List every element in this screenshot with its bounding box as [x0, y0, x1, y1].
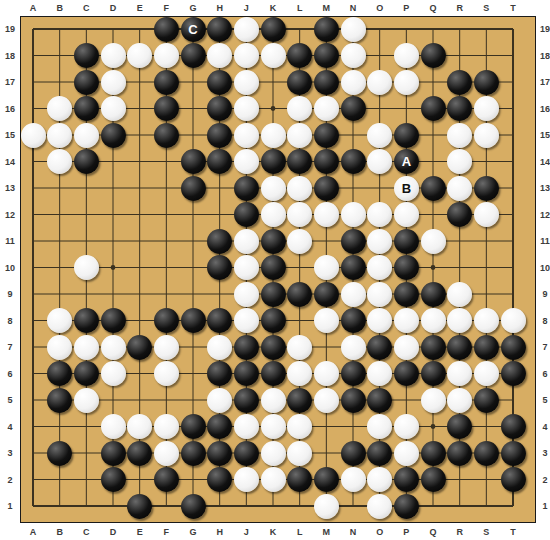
black-stone-R3[interactable]	[447, 441, 472, 466]
white-stone-L12[interactable]	[287, 202, 312, 227]
black-stone-B3[interactable]	[47, 441, 72, 466]
column-label-bottom: N	[350, 528, 357, 537]
column-label-top: D	[110, 4, 117, 13]
column-label-bottom: B	[56, 528, 63, 537]
white-stone-F3[interactable]	[154, 441, 179, 466]
black-stone-N14[interactable]	[341, 149, 366, 174]
black-stone-L18[interactable]	[287, 43, 312, 68]
black-stone-P11[interactable]	[394, 229, 419, 254]
white-stone-F18[interactable]	[154, 43, 179, 68]
white-stone-O12[interactable]	[367, 202, 392, 227]
row-label-left: 11	[5, 237, 15, 246]
column-label-top: S	[483, 4, 489, 13]
white-stone-K4[interactable]	[261, 414, 286, 439]
black-stone-Q2[interactable]	[421, 467, 446, 492]
white-stone-D16[interactable]	[101, 96, 126, 121]
row-label-left: 4	[7, 422, 12, 431]
black-stone-N11[interactable]	[341, 229, 366, 254]
white-stone-P13[interactable]: B	[394, 176, 419, 201]
black-stone-S7[interactable]	[474, 335, 499, 360]
white-stone-B15[interactable]	[47, 123, 72, 148]
black-stone-B5[interactable]	[47, 388, 72, 413]
black-stone-R4[interactable]	[447, 414, 472, 439]
black-stone-G4[interactable]	[181, 414, 206, 439]
white-stone-P12[interactable]	[394, 202, 419, 227]
white-stone-B7[interactable]	[47, 335, 72, 360]
white-stone-O10[interactable]	[367, 255, 392, 280]
white-stone-B8[interactable]	[47, 308, 72, 333]
white-stone-H5[interactable]	[207, 388, 232, 413]
black-stone-J5[interactable]	[234, 388, 259, 413]
black-stone-C17[interactable]	[74, 70, 99, 95]
white-stone-L13[interactable]	[287, 176, 312, 201]
white-stone-L3[interactable]	[287, 441, 312, 466]
white-stone-S6[interactable]	[474, 361, 499, 386]
white-stone-N12[interactable]	[341, 202, 366, 227]
black-stone-F17[interactable]	[154, 70, 179, 95]
white-stone-E4[interactable]	[127, 414, 152, 439]
black-stone-Q9[interactable]	[421, 282, 446, 307]
black-stone-M15[interactable]	[314, 123, 339, 148]
black-stone-K19[interactable]	[261, 17, 286, 42]
black-stone-Q16[interactable]	[421, 96, 446, 121]
black-stone-C16[interactable]	[74, 96, 99, 121]
black-stone-E7[interactable]	[127, 335, 152, 360]
row-label-left: 8	[7, 316, 12, 325]
column-label-bottom: P	[403, 528, 409, 537]
white-stone-N18[interactable]	[341, 43, 366, 68]
black-stone-L2[interactable]	[287, 467, 312, 492]
column-label-bottom: D	[110, 528, 117, 537]
black-stone-H8[interactable]	[207, 308, 232, 333]
black-stone-J13[interactable]	[234, 176, 259, 201]
black-stone-L5[interactable]	[287, 388, 312, 413]
row-label-left: 3	[7, 449, 12, 458]
column-label-top: Q	[429, 4, 436, 13]
white-stone-F7[interactable]	[154, 335, 179, 360]
column-label-bottom: R	[456, 528, 463, 537]
column-label-bottom: S	[483, 528, 489, 537]
black-stone-Q6[interactable]	[421, 361, 446, 386]
column-label-top: M	[323, 4, 331, 13]
white-stone-K3[interactable]	[261, 441, 286, 466]
black-stone-K10[interactable]	[261, 255, 286, 280]
black-stone-N5[interactable]	[341, 388, 366, 413]
black-stone-P1[interactable]	[394, 494, 419, 519]
row-label-right: 5	[542, 396, 547, 405]
white-stone-K5[interactable]	[261, 388, 286, 413]
black-stone-D15[interactable]	[101, 123, 126, 148]
white-stone-J2[interactable]	[234, 467, 259, 492]
black-stone-M19[interactable]	[314, 17, 339, 42]
row-label-right: 12	[540, 210, 550, 219]
black-stone-H11[interactable]	[207, 229, 232, 254]
white-stone-M16[interactable]	[314, 96, 339, 121]
black-stone-J3[interactable]	[234, 441, 259, 466]
row-label-left: 16	[5, 104, 15, 113]
black-stone-S13[interactable]	[474, 176, 499, 201]
black-stone-L14[interactable]	[287, 149, 312, 174]
row-label-right: 18	[540, 51, 550, 60]
black-stone-Q13[interactable]	[421, 176, 446, 201]
black-stone-M2[interactable]	[314, 467, 339, 492]
go-app-window: AABBCCDDEEFFGGHHJJKKLLMMNNOOPPQQRRSSTT19…	[0, 0, 550, 540]
black-stone-C18[interactable]	[74, 43, 99, 68]
black-stone-E1[interactable]	[127, 494, 152, 519]
white-stone-P4[interactable]	[394, 414, 419, 439]
row-label-left: 10	[5, 263, 15, 272]
row-label-left: 19	[5, 25, 15, 34]
white-stone-F6[interactable]	[154, 361, 179, 386]
black-stone-R12[interactable]	[447, 202, 472, 227]
white-stone-N7[interactable]	[341, 335, 366, 360]
black-stone-L9[interactable]	[287, 282, 312, 307]
row-label-left: 6	[7, 369, 12, 378]
white-stone-J10[interactable]	[234, 255, 259, 280]
row-label-right: 9	[542, 290, 547, 299]
row-label-right: 2	[542, 475, 547, 484]
black-stone-R7[interactable]	[447, 335, 472, 360]
white-stone-R6[interactable]	[447, 361, 472, 386]
row-label-left: 7	[7, 343, 12, 352]
white-stone-O14[interactable]	[367, 149, 392, 174]
column-label-top: H	[216, 4, 223, 13]
white-stone-D18[interactable]	[101, 43, 126, 68]
white-stone-S15[interactable]	[474, 123, 499, 148]
black-stone-T2[interactable]	[501, 467, 526, 492]
row-label-right: 1	[542, 502, 547, 511]
row-label-left: 14	[5, 157, 15, 166]
white-stone-H7[interactable]	[207, 335, 232, 360]
white-stone-O17[interactable]	[367, 70, 392, 95]
black-stone-L17[interactable]	[287, 70, 312, 95]
black-stone-N8[interactable]	[341, 308, 366, 333]
white-stone-P3[interactable]	[394, 441, 419, 466]
black-stone-M13[interactable]	[314, 176, 339, 201]
column-label-bottom: H	[216, 528, 223, 537]
black-stone-G18[interactable]	[181, 43, 206, 68]
black-stone-F8[interactable]	[154, 308, 179, 333]
white-stone-R13[interactable]	[447, 176, 472, 201]
white-stone-J11[interactable]	[234, 229, 259, 254]
black-stone-P2[interactable]	[394, 467, 419, 492]
white-stone-P7[interactable]	[394, 335, 419, 360]
black-stone-K14[interactable]	[261, 149, 286, 174]
black-stone-H6[interactable]	[207, 361, 232, 386]
black-stone-G14[interactable]	[181, 149, 206, 174]
white-stone-Q5[interactable]	[421, 388, 446, 413]
column-label-top: P	[403, 4, 409, 13]
black-stone-F16[interactable]	[154, 96, 179, 121]
black-stone-G19[interactable]: C	[181, 17, 206, 42]
white-stone-N17[interactable]	[341, 70, 366, 95]
black-stone-K7[interactable]	[261, 335, 286, 360]
white-stone-J18[interactable]	[234, 43, 259, 68]
column-label-bottom: K	[270, 528, 277, 537]
white-stone-R9[interactable]	[447, 282, 472, 307]
white-stone-P18[interactable]	[394, 43, 419, 68]
black-stone-R17[interactable]	[447, 70, 472, 95]
black-stone-E3[interactable]	[127, 441, 152, 466]
white-stone-O4[interactable]	[367, 414, 392, 439]
column-label-top: R	[456, 4, 463, 13]
black-stone-D8[interactable]	[101, 308, 126, 333]
black-stone-G1[interactable]	[181, 494, 206, 519]
column-label-bottom: E	[137, 528, 143, 537]
white-stone-C15[interactable]	[74, 123, 99, 148]
white-stone-A15[interactable]	[21, 123, 46, 148]
column-label-top: C	[83, 4, 90, 13]
black-stone-T3[interactable]	[501, 441, 526, 466]
black-stone-H3[interactable]	[207, 441, 232, 466]
black-stone-N10[interactable]	[341, 255, 366, 280]
row-label-right: 13	[540, 184, 550, 193]
black-stone-R16[interactable]	[447, 96, 472, 121]
stone-mark-A: A	[402, 155, 411, 168]
row-label-right: 8	[542, 316, 547, 325]
black-stone-H17[interactable]	[207, 70, 232, 95]
black-stone-K9[interactable]	[261, 282, 286, 307]
white-stone-F4[interactable]	[154, 414, 179, 439]
row-label-left: 17	[5, 78, 15, 87]
black-stone-Q18[interactable]	[421, 43, 446, 68]
black-stone-K6[interactable]	[261, 361, 286, 386]
row-label-right: 19	[540, 25, 550, 34]
black-stone-H19[interactable]	[207, 17, 232, 42]
black-stone-P10[interactable]	[394, 255, 419, 280]
black-stone-T4[interactable]	[501, 414, 526, 439]
black-stone-M18[interactable]	[314, 43, 339, 68]
row-label-right: 17	[540, 78, 550, 87]
black-stone-C14[interactable]	[74, 149, 99, 174]
black-stone-S17[interactable]	[474, 70, 499, 95]
white-stone-K13[interactable]	[261, 176, 286, 201]
white-stone-M1[interactable]	[314, 494, 339, 519]
black-stone-F19[interactable]	[154, 17, 179, 42]
row-label-right: 4	[542, 422, 547, 431]
column-label-top: B	[56, 4, 63, 13]
column-label-top: G	[189, 4, 196, 13]
black-stone-S3[interactable]	[474, 441, 499, 466]
white-stone-J17[interactable]	[234, 70, 259, 95]
black-stone-Q7[interactable]	[421, 335, 446, 360]
black-stone-H15[interactable]	[207, 123, 232, 148]
black-stone-G13[interactable]	[181, 176, 206, 201]
white-stone-O15[interactable]	[367, 123, 392, 148]
white-stone-S8[interactable]	[474, 308, 499, 333]
white-stone-O11[interactable]	[367, 229, 392, 254]
row-label-left: 12	[5, 210, 15, 219]
white-stone-M8[interactable]	[314, 308, 339, 333]
row-label-right: 7	[542, 343, 547, 352]
white-stone-R14[interactable]	[447, 149, 472, 174]
white-stone-M6[interactable]	[314, 361, 339, 386]
white-stone-S12[interactable]	[474, 202, 499, 227]
white-stone-R5[interactable]	[447, 388, 472, 413]
row-label-left: 13	[5, 184, 15, 193]
black-stone-S5[interactable]	[474, 388, 499, 413]
white-stone-O2[interactable]	[367, 467, 392, 492]
black-stone-G3[interactable]	[181, 441, 206, 466]
white-stone-L4[interactable]	[287, 414, 312, 439]
column-label-bottom: G	[189, 528, 196, 537]
row-label-right: 14	[540, 157, 550, 166]
white-stone-K15[interactable]	[261, 123, 286, 148]
black-stone-T6[interactable]	[501, 361, 526, 386]
black-stone-P9[interactable]	[394, 282, 419, 307]
black-stone-M9[interactable]	[314, 282, 339, 307]
white-stone-H18[interactable]	[207, 43, 232, 68]
column-label-top: N	[350, 4, 357, 13]
row-label-right: 11	[540, 237, 550, 246]
black-stone-H14[interactable]	[207, 149, 232, 174]
black-stone-P15[interactable]	[394, 123, 419, 148]
white-stone-B14[interactable]	[47, 149, 72, 174]
white-stone-J14[interactable]	[234, 149, 259, 174]
column-label-bottom: C	[83, 528, 90, 537]
black-stone-O3[interactable]	[367, 441, 392, 466]
row-label-right: 15	[540, 131, 550, 140]
column-label-top: F	[164, 4, 170, 13]
row-label-left: 1	[7, 502, 12, 511]
black-stone-H16[interactable]	[207, 96, 232, 121]
black-stone-H2[interactable]	[207, 467, 232, 492]
white-stone-R8[interactable]	[447, 308, 472, 333]
white-stone-N9[interactable]	[341, 282, 366, 307]
row-label-left: 2	[7, 475, 12, 484]
white-stone-O1[interactable]	[367, 494, 392, 519]
black-stone-O5[interactable]	[367, 388, 392, 413]
white-stone-D7[interactable]	[101, 335, 126, 360]
white-stone-D6[interactable]	[101, 361, 126, 386]
white-stone-L16[interactable]	[287, 96, 312, 121]
white-stone-J8[interactable]	[234, 308, 259, 333]
white-stone-Q8[interactable]	[421, 308, 446, 333]
star-point	[271, 106, 276, 111]
white-stone-T8[interactable]	[501, 308, 526, 333]
white-stone-N2[interactable]	[341, 467, 366, 492]
white-stone-P17[interactable]	[394, 70, 419, 95]
row-label-right: 3	[542, 449, 547, 458]
column-label-bottom: J	[244, 528, 249, 537]
white-stone-B16[interactable]	[47, 96, 72, 121]
white-stone-S16[interactable]	[474, 96, 499, 121]
black-stone-F2[interactable]	[154, 467, 179, 492]
row-label-right: 10	[540, 263, 550, 272]
black-stone-M17[interactable]	[314, 70, 339, 95]
black-stone-J6[interactable]	[234, 361, 259, 386]
column-label-bottom: L	[297, 528, 303, 537]
black-stone-O7[interactable]	[367, 335, 392, 360]
white-stone-D4[interactable]	[101, 414, 126, 439]
black-stone-J12[interactable]	[234, 202, 259, 227]
white-stone-J16[interactable]	[234, 96, 259, 121]
white-stone-J19[interactable]	[234, 17, 259, 42]
column-label-top: A	[30, 4, 37, 13]
row-label-left: 5	[7, 396, 12, 405]
column-label-bottom: A	[30, 528, 37, 537]
white-stone-O8[interactable]	[367, 308, 392, 333]
column-label-bottom: T	[510, 528, 516, 537]
white-stone-E18[interactable]	[127, 43, 152, 68]
black-stone-N3[interactable]	[341, 441, 366, 466]
stone-mark-C: C	[188, 23, 197, 36]
row-label-left: 15	[5, 131, 15, 140]
column-label-bottom: F	[164, 528, 170, 537]
white-stone-R15[interactable]	[447, 123, 472, 148]
black-stone-C8[interactable]	[74, 308, 99, 333]
star-point	[431, 265, 436, 270]
column-label-top: J	[244, 4, 249, 13]
white-stone-J9[interactable]	[234, 282, 259, 307]
white-stone-O6[interactable]	[367, 361, 392, 386]
black-stone-D2[interactable]	[101, 467, 126, 492]
black-stone-F15[interactable]	[154, 123, 179, 148]
white-stone-L6[interactable]	[287, 361, 312, 386]
column-label-top: T	[510, 4, 516, 13]
column-label-bottom: O	[376, 528, 383, 537]
black-stone-H4[interactable]	[207, 414, 232, 439]
black-stone-P14[interactable]: A	[394, 149, 419, 174]
row-label-right: 16	[540, 104, 550, 113]
black-stone-H10[interactable]	[207, 255, 232, 280]
stone-mark-B: B	[402, 182, 411, 195]
white-stone-K2[interactable]	[261, 467, 286, 492]
column-label-bottom: M	[323, 528, 331, 537]
white-stone-C5[interactable]	[74, 388, 99, 413]
white-stone-C10[interactable]	[74, 255, 99, 280]
white-stone-J4[interactable]	[234, 414, 259, 439]
black-stone-G8[interactable]	[181, 308, 206, 333]
white-stone-J15[interactable]	[234, 123, 259, 148]
white-stone-K18[interactable]	[261, 43, 286, 68]
row-label-right: 6	[542, 369, 547, 378]
column-label-top: O	[376, 4, 383, 13]
black-stone-N6[interactable]	[341, 361, 366, 386]
white-stone-L11[interactable]	[287, 229, 312, 254]
black-stone-C6[interactable]	[74, 361, 99, 386]
row-label-left: 9	[7, 290, 12, 299]
white-stone-N19[interactable]	[341, 17, 366, 42]
black-stone-K8[interactable]	[261, 308, 286, 333]
black-stone-Q3[interactable]	[421, 441, 446, 466]
black-stone-J7[interactable]	[234, 335, 259, 360]
white-stone-P8[interactable]	[394, 308, 419, 333]
white-stone-M10[interactable]	[314, 255, 339, 280]
star-point	[431, 424, 436, 429]
white-stone-M12[interactable]	[314, 202, 339, 227]
white-stone-O9[interactable]	[367, 282, 392, 307]
white-stone-D17[interactable]	[101, 70, 126, 95]
star-point	[111, 265, 116, 270]
black-stone-K11[interactable]	[261, 229, 286, 254]
white-stone-L7[interactable]	[287, 335, 312, 360]
white-stone-M5[interactable]	[314, 388, 339, 413]
column-label-top: K	[270, 4, 277, 13]
column-label-bottom: Q	[429, 528, 436, 537]
column-label-top: L	[297, 4, 303, 13]
white-stone-C7[interactable]	[74, 335, 99, 360]
black-stone-N16[interactable]	[341, 96, 366, 121]
black-stone-B6[interactable]	[47, 361, 72, 386]
white-stone-L15[interactable]	[287, 123, 312, 148]
white-stone-Q11[interactable]	[421, 229, 446, 254]
black-stone-T7[interactable]	[501, 335, 526, 360]
white-stone-K12[interactable]	[261, 202, 286, 227]
black-stone-M14[interactable]	[314, 149, 339, 174]
black-stone-D3[interactable]	[101, 441, 126, 466]
black-stone-P6[interactable]	[394, 361, 419, 386]
